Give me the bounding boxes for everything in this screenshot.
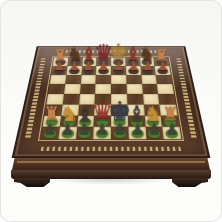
board-frame: ♜♞♝♛♚♝♞♜♟♟♟♟♟♟♟♟♜♞♝♛♚♝♞♜♟♟♟♟♟♟♟♟ xyxy=(12,46,211,158)
piece-far-pawn-e7[interactable]: ♟ xyxy=(113,60,124,72)
square-c6[interactable] xyxy=(80,75,96,84)
chessboard-scene: ♜♞♝♛♚♝♞♜♟♟♟♟♟♟♟♟♜♞♝♛♚♝♞♜♟♟♟♟♟♟♟♟ xyxy=(0,0,222,222)
square-h7[interactable]: ♟ xyxy=(155,66,171,75)
square-e7[interactable]: ♟ xyxy=(111,66,126,75)
piece-far-pawn-h7[interactable]: ♟ xyxy=(157,60,168,72)
frame-inlay-near xyxy=(41,147,181,151)
piece-near-pawn-a1[interactable]: ♟ xyxy=(43,121,56,135)
chessboard: ♜♞♝♛♚♝♞♜♟♟♟♟♟♟♟♟♜♞♝♛♚♝♞♜♟♟♟♟♟♟♟♟ xyxy=(12,46,211,158)
piece-near-pawn-e1[interactable]: ♟ xyxy=(113,121,126,135)
square-d7[interactable]: ♟ xyxy=(96,66,111,75)
piece-far-pawn-g7[interactable]: ♟ xyxy=(143,60,154,72)
square-g6[interactable] xyxy=(141,75,157,84)
piece-near-pawn-b1[interactable]: ♟ xyxy=(61,121,74,135)
square-a1[interactable]: ♟ xyxy=(40,127,59,139)
piece-far-pawn-d7[interactable]: ♟ xyxy=(98,60,109,72)
piece-far-pawn-c7[interactable]: ♟ xyxy=(83,60,94,72)
square-c5[interactable] xyxy=(80,84,96,94)
square-f6[interactable] xyxy=(126,75,142,84)
piece-far-pawn-a7[interactable]: ♟ xyxy=(54,60,65,72)
piece-far-pawn-b7[interactable]: ♟ xyxy=(68,60,79,72)
product-photo: ♜♞♝♛♚♝♞♜♟♟♟♟♟♟♟♟♜♞♝♛♚♝♞♜♟♟♟♟♟♟♟♟ xyxy=(0,0,222,222)
piece-near-pawn-d1[interactable]: ♟ xyxy=(96,121,109,135)
board-squares: ♜♞♝♛♚♝♞♜♟♟♟♟♟♟♟♟♜♞♝♛♚♝♞♜♟♟♟♟♟♟♟♟ xyxy=(40,57,181,139)
square-h1[interactable]: ♟ xyxy=(162,127,181,139)
square-d1[interactable]: ♟ xyxy=(93,127,111,139)
square-g7[interactable]: ♟ xyxy=(140,66,156,75)
square-f5[interactable] xyxy=(126,84,142,94)
square-e5[interactable] xyxy=(111,84,127,94)
square-c7[interactable]: ♟ xyxy=(81,66,96,75)
square-c1[interactable]: ♟ xyxy=(76,127,94,139)
square-e1[interactable]: ♟ xyxy=(111,127,129,139)
square-b6[interactable] xyxy=(65,75,81,84)
piece-far-pawn-f7[interactable]: ♟ xyxy=(128,60,139,72)
piece-near-pawn-h1[interactable]: ♟ xyxy=(166,121,179,135)
square-g1[interactable]: ♟ xyxy=(145,127,164,139)
square-d5[interactable] xyxy=(95,84,111,94)
square-f1[interactable]: ♟ xyxy=(128,127,146,139)
square-a6[interactable] xyxy=(50,75,67,84)
square-a7[interactable]: ♟ xyxy=(51,66,67,75)
square-b7[interactable]: ♟ xyxy=(66,66,82,75)
square-b1[interactable]: ♟ xyxy=(58,127,77,139)
piece-near-pawn-g1[interactable]: ♟ xyxy=(148,121,161,135)
square-h5[interactable] xyxy=(157,84,174,94)
square-b5[interactable] xyxy=(64,84,81,94)
piece-near-pawn-f1[interactable]: ♟ xyxy=(131,121,144,135)
square-f7[interactable]: ♟ xyxy=(126,66,141,75)
piece-near-pawn-c1[interactable]: ♟ xyxy=(78,121,91,135)
square-d6[interactable] xyxy=(96,75,111,84)
square-e6[interactable] xyxy=(111,75,126,84)
square-a5[interactable] xyxy=(48,84,65,94)
square-g5[interactable] xyxy=(142,84,159,94)
square-h6[interactable] xyxy=(156,75,173,84)
